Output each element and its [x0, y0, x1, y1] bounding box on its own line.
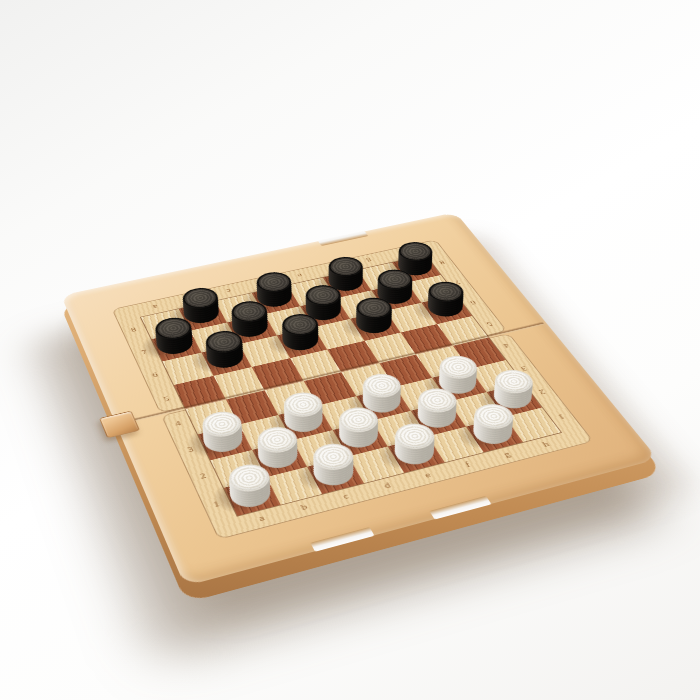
checker-black-b6[interactable]	[202, 345, 247, 373]
file-label-bottom-f: f	[454, 457, 482, 472]
file-label-bottom-b: b	[290, 499, 318, 515]
photo-scene: aabbccddeeffgghh1122334455667788	[0, 0, 700, 700]
checkers-board: aabbccddeeffgghh1122334455667788	[61, 212, 658, 586]
rank-label-left-2: 2	[190, 469, 217, 484]
file-label-bottom-c: c	[332, 489, 360, 505]
checker-black-f6[interactable]	[351, 312, 396, 339]
file-label-bottom-a: a	[248, 510, 276, 526]
checker-white-a3[interactable]	[199, 426, 247, 458]
checker-black-a7[interactable]	[153, 332, 197, 359]
checker-black-h6[interactable]	[423, 296, 468, 322]
checker-black-d6[interactable]	[278, 328, 323, 355]
rank-label-left-8: 8	[122, 324, 146, 336]
file-label-bottom-g: g	[493, 447, 521, 462]
file-label-bottom-h: h	[532, 437, 560, 451]
file-label-bottom-d: d	[373, 478, 401, 493]
file-label-bottom-e: e	[414, 468, 442, 483]
rank-label-left-6: 6	[143, 369, 168, 382]
rank-label-left-5: 5	[154, 392, 180, 405]
rank-label-left-4: 4	[165, 417, 191, 431]
